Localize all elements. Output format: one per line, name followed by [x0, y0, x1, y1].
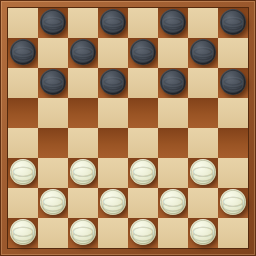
board-square[interactable] [188, 188, 218, 218]
board-square[interactable]: ⛂ [158, 8, 188, 38]
white-man-glyph: ⛀ [41, 189, 64, 217]
board-square[interactable] [8, 68, 38, 98]
board-square[interactable] [68, 68, 98, 98]
black-man-glyph: ⛂ [41, 9, 64, 37]
board-square[interactable] [98, 218, 128, 248]
white-man-glyph: ⛀ [11, 159, 34, 187]
white-man-glyph: ⛀ [131, 159, 154, 187]
white-man[interactable]: ⛀ [10, 159, 36, 185]
black-man-glyph: ⛂ [161, 69, 184, 97]
board-square[interactable] [8, 188, 38, 218]
white-man-glyph: ⛀ [101, 189, 124, 217]
black-man[interactable]: ⛂ [220, 9, 246, 35]
black-man-glyph: ⛂ [131, 39, 154, 67]
board-square[interactable]: ⛂ [128, 38, 158, 68]
white-man[interactable]: ⛀ [100, 189, 126, 215]
board-square[interactable] [128, 128, 158, 158]
board-square[interactable]: ⛀ [128, 218, 158, 248]
black-man-glyph: ⛂ [101, 69, 124, 97]
board-square[interactable] [128, 98, 158, 128]
white-man[interactable]: ⛀ [70, 219, 96, 245]
black-man-glyph: ⛂ [11, 39, 34, 67]
board-square[interactable]: ⛂ [98, 8, 128, 38]
black-man[interactable]: ⛂ [160, 69, 186, 95]
white-man[interactable]: ⛀ [190, 159, 216, 185]
white-man-glyph: ⛀ [131, 219, 154, 247]
board-square[interactable]: ⛀ [128, 158, 158, 188]
board-square[interactable]: ⛂ [38, 68, 68, 98]
board-square[interactable]: ⛀ [218, 188, 248, 218]
board-square[interactable] [38, 128, 68, 158]
white-man-glyph: ⛀ [221, 189, 244, 217]
black-man-glyph: ⛂ [71, 39, 94, 67]
white-man[interactable]: ⛀ [40, 189, 66, 215]
white-man-glyph: ⛀ [191, 159, 214, 187]
white-man[interactable]: ⛀ [190, 219, 216, 245]
white-man[interactable]: ⛀ [130, 219, 156, 245]
black-man-glyph: ⛂ [101, 9, 124, 37]
board-square[interactable] [218, 38, 248, 68]
board-square[interactable] [98, 38, 128, 68]
board-square[interactable] [158, 218, 188, 248]
board-square[interactable] [68, 188, 98, 218]
board-square[interactable]: ⛀ [98, 188, 128, 218]
board-square[interactable]: ⛀ [188, 158, 218, 188]
board-square[interactable] [218, 218, 248, 248]
board-square[interactable] [38, 218, 68, 248]
white-man[interactable]: ⛀ [160, 189, 186, 215]
board-square[interactable] [128, 8, 158, 38]
board-square[interactable]: ⛂ [218, 68, 248, 98]
board-square[interactable] [98, 158, 128, 188]
board-square[interactable]: ⛂ [98, 68, 128, 98]
board-square[interactable]: ⛀ [158, 188, 188, 218]
black-man-glyph: ⛂ [41, 69, 64, 97]
board-square[interactable] [128, 188, 158, 218]
board-square[interactable] [188, 8, 218, 38]
board-square[interactable] [158, 158, 188, 188]
board-square[interactable] [8, 8, 38, 38]
black-man[interactable]: ⛂ [160, 9, 186, 35]
board-square[interactable]: ⛂ [188, 38, 218, 68]
board-square[interactable]: ⛀ [8, 218, 38, 248]
black-man[interactable]: ⛂ [100, 69, 126, 95]
board-square[interactable] [68, 98, 98, 128]
board-square[interactable]: ⛂ [68, 38, 98, 68]
board-square[interactable] [218, 128, 248, 158]
board-square[interactable]: ⛂ [8, 38, 38, 68]
board-square[interactable] [38, 98, 68, 128]
board-square[interactable] [158, 128, 188, 158]
black-man-glyph: ⛂ [191, 39, 214, 67]
white-man[interactable]: ⛀ [70, 159, 96, 185]
board-square[interactable] [38, 158, 68, 188]
white-man-glyph: ⛀ [71, 159, 94, 187]
black-man[interactable]: ⛂ [220, 69, 246, 95]
board-square[interactable]: ⛂ [38, 8, 68, 38]
white-man[interactable]: ⛀ [130, 159, 156, 185]
board-square[interactable]: ⛂ [218, 8, 248, 38]
black-man[interactable]: ⛂ [10, 39, 36, 65]
board-square[interactable] [8, 98, 38, 128]
board-square[interactable] [128, 68, 158, 98]
board-square[interactable] [158, 98, 188, 128]
board-square[interactable]: ⛀ [38, 188, 68, 218]
black-man[interactable]: ⛂ [40, 69, 66, 95]
black-man-glyph: ⛂ [221, 9, 244, 37]
white-man-glyph: ⛀ [11, 219, 34, 247]
board-square[interactable] [38, 38, 68, 68]
white-man-glyph: ⛀ [71, 219, 94, 247]
white-man-glyph: ⛀ [191, 219, 214, 247]
board-frame: ⛂⛂⛂⛂⛂⛂⛂⛂⛂⛂⛂⛂⛀⛀⛀⛀⛀⛀⛀⛀⛀⛀⛀⛀ [0, 0, 256, 256]
board-square[interactable] [188, 68, 218, 98]
board-square[interactable]: ⛀ [8, 158, 38, 188]
black-man[interactable]: ⛂ [40, 9, 66, 35]
board-square[interactable] [98, 98, 128, 128]
white-man-glyph: ⛀ [161, 189, 184, 217]
black-man[interactable]: ⛂ [130, 39, 156, 65]
black-man[interactable]: ⛂ [190, 39, 216, 65]
black-man-glyph: ⛂ [221, 69, 244, 97]
board-square[interactable] [68, 128, 98, 158]
board-square[interactable] [188, 98, 218, 128]
black-man-glyph: ⛂ [161, 9, 184, 37]
board-square[interactable] [218, 98, 248, 128]
white-man[interactable]: ⛀ [220, 189, 246, 215]
board-square[interactable] [98, 128, 128, 158]
board-square[interactable] [218, 158, 248, 188]
board-square[interactable] [158, 38, 188, 68]
board-square[interactable] [68, 8, 98, 38]
checkers-board: ⛂⛂⛂⛂⛂⛂⛂⛂⛂⛂⛂⛂⛀⛀⛀⛀⛀⛀⛀⛀⛀⛀⛀⛀ [8, 8, 248, 248]
board-square[interactable]: ⛂ [158, 68, 188, 98]
board-square[interactable] [188, 128, 218, 158]
white-man[interactable]: ⛀ [10, 219, 36, 245]
black-man[interactable]: ⛂ [100, 9, 126, 35]
board-square[interactable]: ⛀ [68, 158, 98, 188]
board-square[interactable]: ⛀ [68, 218, 98, 248]
board-square[interactable]: ⛀ [188, 218, 218, 248]
black-man[interactable]: ⛂ [70, 39, 96, 65]
board-square[interactable] [8, 128, 38, 158]
